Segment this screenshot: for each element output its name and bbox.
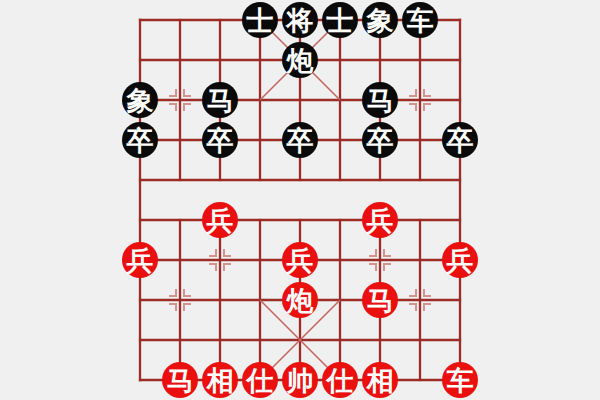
piece-red-elephant[interactable]: 相	[202, 362, 238, 398]
piece-red-soldier[interactable]: 兵	[122, 242, 158, 278]
piece-red-soldier[interactable]: 兵	[362, 202, 398, 238]
piece-red-advisor[interactable]: 仕	[322, 362, 358, 398]
piece-black-chariot[interactable]: 车	[402, 2, 438, 38]
xiangqi-app: 士将士象车炮象马马卒卒卒卒卒兵兵兵兵兵炮马马相仕帅仕相车	[0, 0, 600, 400]
piece-black-elephant[interactable]: 象	[122, 82, 158, 118]
piece-black-cannon[interactable]: 炮	[282, 42, 318, 78]
piece-red-elephant[interactable]: 相	[362, 362, 398, 398]
piece-red-general[interactable]: 帅	[282, 362, 318, 398]
piece-black-advisor[interactable]: 士	[242, 2, 278, 38]
piece-black-soldier[interactable]: 卒	[442, 122, 478, 158]
piece-black-general[interactable]: 将	[282, 2, 318, 38]
piece-black-horse[interactable]: 马	[362, 82, 398, 118]
pieces-layer: 士将士象车炮象马马卒卒卒卒卒兵兵兵兵兵炮马马相仕帅仕相车	[0, 0, 600, 400]
piece-red-advisor[interactable]: 仕	[242, 362, 278, 398]
piece-red-horse[interactable]: 马	[162, 362, 198, 398]
piece-red-soldier[interactable]: 兵	[282, 242, 318, 278]
piece-red-soldier[interactable]: 兵	[442, 242, 478, 278]
piece-black-elephant[interactable]: 象	[362, 2, 398, 38]
piece-black-soldier[interactable]: 卒	[282, 122, 318, 158]
piece-red-cannon[interactable]: 炮	[282, 282, 318, 318]
piece-black-advisor[interactable]: 士	[322, 2, 358, 38]
piece-red-soldier[interactable]: 兵	[202, 202, 238, 238]
piece-black-horse[interactable]: 马	[202, 82, 238, 118]
piece-red-horse[interactable]: 马	[362, 282, 398, 318]
piece-red-chariot[interactable]: 车	[442, 362, 478, 398]
piece-black-soldier[interactable]: 卒	[362, 122, 398, 158]
piece-black-soldier[interactable]: 卒	[122, 122, 158, 158]
piece-black-soldier[interactable]: 卒	[202, 122, 238, 158]
